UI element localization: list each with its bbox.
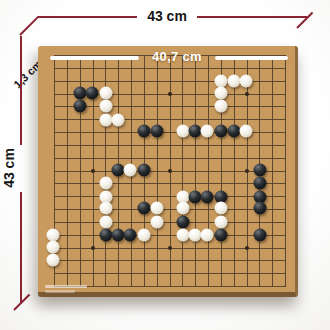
go-stone-black — [176, 215, 189, 228]
star-point — [91, 169, 95, 173]
star-point — [245, 169, 249, 173]
go-stone-white — [176, 202, 189, 215]
go-stone-white — [176, 229, 189, 242]
go-stone-white — [227, 75, 240, 88]
go-stone-white — [239, 125, 252, 138]
go-stone-black — [138, 202, 151, 215]
go-stone-white — [47, 240, 60, 253]
go-stone-black — [253, 163, 266, 176]
field-dimension-bar-right — [215, 56, 288, 60]
go-stone-white — [201, 229, 214, 242]
go-stone-black — [138, 163, 151, 176]
go-stone-black — [150, 125, 163, 138]
go-stone-white — [150, 202, 163, 215]
go-stone-black — [253, 177, 266, 190]
star-point — [245, 246, 249, 250]
grid-line — [208, 55, 209, 287]
go-stone-black — [189, 125, 202, 138]
board-grid — [54, 55, 286, 287]
go-stone-black — [112, 229, 125, 242]
go-stone-white — [215, 202, 228, 215]
star-point — [168, 169, 172, 173]
grid-line — [54, 235, 286, 236]
go-stone-white — [138, 229, 151, 242]
go-stone-black — [189, 190, 202, 203]
top-dimension-left-bend — [19, 16, 39, 36]
star-point — [245, 92, 249, 96]
go-stone-black — [253, 202, 266, 215]
board-height-label: 43 cm — [1, 138, 15, 198]
go-stone-black — [73, 86, 86, 99]
go-stone-white — [215, 86, 228, 99]
grid-line — [54, 196, 286, 197]
go-stone-white — [99, 113, 112, 126]
go-stone-black — [112, 163, 125, 176]
go-stone-black — [99, 229, 112, 242]
go-stone-black — [253, 229, 266, 242]
go-stone-white — [112, 113, 125, 126]
go-stone-white — [99, 86, 112, 99]
go-stone-white — [99, 215, 112, 228]
go-board: 40,7 cm — [38, 46, 298, 297]
brand-stamp-line2 — [45, 290, 75, 293]
go-stone-black — [215, 125, 228, 138]
star-point — [168, 246, 172, 250]
grid-line — [182, 55, 183, 287]
star-point — [168, 92, 172, 96]
go-stone-white — [150, 215, 163, 228]
go-stone-black — [138, 125, 151, 138]
go-stone-white — [189, 229, 202, 242]
product-image: 43 cm 1,3 cm 43 cm 40,7 cm — [0, 0, 330, 330]
go-stone-white — [124, 163, 137, 176]
grid-line — [54, 273, 286, 274]
go-stone-white — [215, 100, 228, 113]
grid-line — [54, 260, 286, 261]
grid-line — [285, 55, 286, 287]
field-size-label: 40,7 cm — [139, 49, 215, 64]
go-stone-black — [201, 190, 214, 203]
go-stone-white — [99, 202, 112, 215]
go-stone-white — [239, 75, 252, 88]
go-stone-white — [47, 254, 60, 267]
go-stone-white — [201, 125, 214, 138]
side-dimension-line-upper — [20, 36, 22, 145]
go-stone-black — [85, 86, 98, 99]
grid-line — [234, 55, 235, 287]
grid-line — [54, 209, 286, 210]
go-stone-white — [176, 125, 189, 138]
grid-line — [195, 55, 196, 287]
go-stone-black — [73, 100, 86, 113]
star-point — [91, 246, 95, 250]
go-stone-white — [99, 100, 112, 113]
grid-line — [54, 222, 286, 223]
top-dimension-right-tick — [296, 12, 313, 29]
go-stone-black — [124, 229, 137, 242]
field-dimension-bar-left — [50, 56, 139, 60]
go-stone-white — [99, 177, 112, 190]
grid-line — [272, 55, 273, 287]
go-stone-white — [215, 215, 228, 228]
board-width-label: 43 cm — [137, 8, 197, 24]
top-dimension-line-right — [197, 16, 307, 18]
go-stone-black — [215, 229, 228, 242]
grid-line — [54, 286, 286, 287]
side-dimension-line-lower — [20, 192, 22, 303]
grid-line — [54, 183, 286, 184]
top-dimension-line-left — [38, 16, 137, 18]
brand-stamp — [45, 285, 87, 288]
go-stone-black — [227, 125, 240, 138]
